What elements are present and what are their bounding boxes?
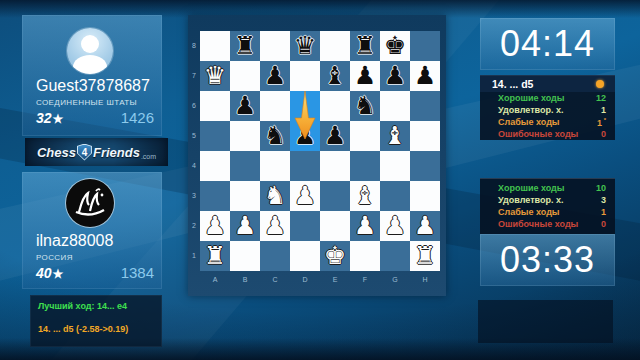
square-a7[interactable]: ♛	[200, 61, 230, 91]
white-rook-h1[interactable]: ♜	[410, 241, 440, 271]
square-d2[interactable]	[290, 211, 320, 241]
square-d5[interactable]: ♟	[290, 121, 320, 151]
logo-text-friends: Friends	[93, 145, 140, 160]
file-label-D: D	[290, 274, 320, 286]
square-b6[interactable]: ♟	[230, 91, 260, 121]
white-pawn-f2[interactable]: ♟	[350, 211, 380, 241]
stat-row-weak-moves: Слабые ходы1	[480, 206, 615, 218]
clock-bottom: 03:33	[480, 234, 615, 286]
stat-row-good-moves: Хорошие ходы10	[480, 182, 615, 194]
engine-analysis-box: Лучший ход: 14... e4 14. ... d5 (-2.58->…	[30, 295, 162, 347]
file-label-E: E	[320, 274, 350, 286]
square-g4[interactable]	[380, 151, 410, 181]
square-h3[interactable]	[410, 181, 440, 211]
square-a5[interactable]	[200, 121, 230, 151]
stat-label-satisfactory-moves: Удовлетвор. х.	[498, 105, 563, 115]
square-h4[interactable]	[410, 151, 440, 181]
black-bishop-e7[interactable]: ♝	[320, 61, 350, 91]
rank-label-1: 1	[188, 241, 200, 271]
file-label-H: H	[410, 274, 440, 286]
black-queen-d8[interactable]: ♛	[290, 31, 320, 61]
black-pawn-f7[interactable]: ♟	[350, 61, 380, 91]
square-h7[interactable]: ♟	[410, 61, 440, 91]
rank-label-6: 6	[188, 91, 200, 121]
square-g7[interactable]: ♟	[380, 61, 410, 91]
stat-row-weak-moves: Слабые ходы1 *	[480, 116, 615, 128]
chess-board[interactable]: ♜♛♜♚♛♟♝♟♟♟♟♞♞♟♟♝♞♟♝♟♟♟♟♟♟♜♚♜	[200, 31, 440, 271]
white-pawn-b2[interactable]: ♟	[230, 211, 260, 241]
avatar-top-player[interactable]	[67, 28, 113, 74]
square-c7[interactable]: ♟	[260, 61, 290, 91]
square-f8[interactable]: ♜	[350, 31, 380, 61]
last-move-label: 14. ... d5	[492, 78, 533, 90]
white-pawn-g2[interactable]: ♟	[380, 211, 410, 241]
stat-label-weak-moves: Слабые ходы	[498, 117, 560, 127]
site-logo[interactable]: Chess 4 Friends .com	[25, 138, 168, 166]
black-knight-c5[interactable]: ♞	[260, 121, 290, 151]
square-e3[interactable]	[320, 181, 350, 211]
black-rook-f8[interactable]: ♜	[350, 31, 380, 61]
square-a2[interactable]: ♟	[200, 211, 230, 241]
black-pawn-b6[interactable]: ♟	[230, 91, 260, 121]
white-bishop-g5[interactable]: ♝	[380, 121, 410, 151]
stat-value-weak-moves: 1 *	[597, 117, 606, 128]
player-name-bottom: ilnaz88008	[36, 232, 156, 250]
person-silhouette-icon	[81, 35, 99, 53]
white-king-e1[interactable]: ♚	[320, 241, 350, 271]
square-e8[interactable]	[320, 31, 350, 61]
white-pawn-a2[interactable]: ♟	[200, 211, 230, 241]
black-pawn-d5[interactable]: ♟	[290, 121, 320, 151]
stat-value-satisfactory-moves: 3	[601, 195, 606, 205]
stat-row-mistake-moves: Ошибочные ходы0	[480, 218, 615, 230]
black-pawn-e5[interactable]: ♟	[320, 121, 350, 151]
star-icon: ★	[53, 112, 64, 126]
stat-label-good-moves: Хорошие ходы	[498, 93, 564, 103]
square-e1[interactable]: ♚	[320, 241, 350, 271]
black-rook-b8[interactable]: ♜	[230, 31, 260, 61]
logo-text-chess: Chess	[37, 145, 76, 160]
square-h8[interactable]	[410, 31, 440, 61]
stat-value-weak-moves: 1	[601, 207, 606, 217]
square-g1[interactable]	[380, 241, 410, 271]
stat-label-satisfactory-moves: Удовлетвор. х.	[498, 195, 563, 205]
black-pawn-h7[interactable]: ♟	[410, 61, 440, 91]
square-a1[interactable]: ♜	[200, 241, 230, 271]
square-a3[interactable]	[200, 181, 230, 211]
square-h6[interactable]	[410, 91, 440, 121]
rank-label-5: 5	[188, 121, 200, 151]
played-move-line: 14. ... d5 (-2.58->0.19)	[38, 324, 128, 334]
player-rating-top: 1426	[121, 109, 154, 126]
square-b5[interactable]	[230, 121, 260, 151]
square-g5[interactable]: ♝	[380, 121, 410, 151]
square-d8[interactable]: ♛	[290, 31, 320, 61]
square-f3[interactable]: ♝	[350, 181, 380, 211]
logo-shield-icon: 4	[77, 144, 92, 161]
black-knight-f6[interactable]: ♞	[350, 91, 380, 121]
file-label-F: F	[350, 274, 380, 286]
square-e5[interactable]: ♟	[320, 121, 350, 151]
stat-label-mistake-moves: Ошибочные ходы	[498, 219, 578, 229]
square-e7[interactable]: ♝	[320, 61, 350, 91]
analysis-panel-top: 14. ... d5 Хорошие ходы12Удовлетвор. х.1…	[480, 75, 615, 140]
square-h1[interactable]: ♜	[410, 241, 440, 271]
player-country-top: СОЕДИНЕННЫЕ ШТАТЫ	[36, 98, 156, 107]
calligraphy-icon	[66, 179, 114, 227]
square-c5[interactable]: ♞	[260, 121, 290, 151]
player-rating-bottom: 1384	[121, 264, 154, 281]
square-b4[interactable]	[230, 151, 260, 181]
square-g2[interactable]: ♟	[380, 211, 410, 241]
stat-value-good-moves: 12	[596, 93, 606, 103]
rank-label-3: 3	[188, 181, 200, 211]
white-queen-a7[interactable]: ♛	[200, 61, 230, 91]
stat-row-satisfactory-moves: Удовлетвор. х.1	[480, 104, 615, 116]
white-rook-a1[interactable]: ♜	[200, 241, 230, 271]
square-b2[interactable]: ♟	[230, 211, 260, 241]
stat-row-mistake-moves: Ошибочные ходы0	[480, 128, 615, 140]
square-d6[interactable]	[290, 91, 320, 121]
square-d4[interactable]	[290, 151, 320, 181]
square-b3[interactable]	[230, 181, 260, 211]
rank-label-7: 7	[188, 61, 200, 91]
square-e4[interactable]	[320, 151, 350, 181]
square-g6[interactable]	[380, 91, 410, 121]
file-label-B: B	[230, 274, 260, 286]
best-move-line: Лучший ход: 14... e4	[38, 301, 127, 311]
square-c4[interactable]	[260, 151, 290, 181]
stat-value-mistake-moves: 0	[601, 219, 606, 229]
square-c6[interactable]	[260, 91, 290, 121]
stat-label-good-moves: Хорошие ходы	[498, 183, 564, 193]
square-f7[interactable]: ♟	[350, 61, 380, 91]
rank-label-4: 4	[188, 151, 200, 181]
square-a4[interactable]	[200, 151, 230, 181]
file-label-G: G	[380, 274, 410, 286]
square-c2[interactable]: ♟	[260, 211, 290, 241]
white-knight-c3[interactable]: ♞	[260, 181, 290, 211]
square-d3[interactable]: ♟	[290, 181, 320, 211]
clock-top: 04:14	[480, 18, 615, 70]
stat-label-weak-moves: Слабые ходы	[498, 207, 560, 217]
file-label-C: C	[260, 274, 290, 286]
white-bishop-f3[interactable]: ♝	[350, 181, 380, 211]
player-card-bottom: ilnaz88008 РОССИЯ 40★ 1384	[22, 172, 162, 289]
white-pawn-h2[interactable]: ♟	[410, 211, 440, 241]
player-country-bottom: РОССИЯ	[36, 253, 156, 262]
stat-value-satisfactory-moves: 1	[601, 105, 606, 115]
square-g8[interactable]: ♚	[380, 31, 410, 61]
stat-row-satisfactory-moves: Удовлетвор. х.3	[480, 194, 615, 206]
square-a8[interactable]	[200, 31, 230, 61]
square-f4[interactable]	[350, 151, 380, 181]
rank-label-8: 8	[188, 31, 200, 61]
player-name-top: Guest37878687	[36, 77, 156, 95]
square-e2[interactable]	[320, 211, 350, 241]
black-king-g8[interactable]: ♚	[380, 31, 410, 61]
square-h5[interactable]	[410, 121, 440, 151]
player-card-top: Guest37878687 СОЕДИНЕННЫЕ ШТАТЫ 32★ 1426	[22, 15, 162, 136]
square-e6[interactable]	[320, 91, 350, 121]
square-d1[interactable]	[290, 241, 320, 271]
square-b7[interactable]	[230, 61, 260, 91]
square-c3[interactable]: ♞	[260, 181, 290, 211]
rank-labels: 87654321	[188, 31, 200, 271]
square-f5[interactable]	[350, 121, 380, 151]
white-pawn-d3[interactable]: ♟	[290, 181, 320, 211]
square-c8[interactable]	[260, 31, 290, 61]
stat-row-good-moves: Хорошие ходы12	[480, 92, 615, 104]
square-g3[interactable]	[380, 181, 410, 211]
square-b8[interactable]: ♜	[230, 31, 260, 61]
bottom-right-panel	[478, 300, 613, 343]
stat-value-good-moves: 10	[596, 183, 606, 193]
board-panel: 87654321 ♜♛♜♚♛♟♝♟♟♟♟♞♞♟♟♝♞♟♝♟♟♟♟♟♟♜♚♜ AB…	[188, 15, 446, 296]
square-f1[interactable]	[350, 241, 380, 271]
stat-label-mistake-moves: Ошибочные ходы	[498, 129, 578, 139]
stat-value-mistake-moves: 0	[601, 129, 606, 139]
logo-text-com: .com	[141, 153, 156, 166]
avatar-bottom-player[interactable]	[66, 179, 114, 227]
star-icon: ★	[53, 267, 64, 281]
file-label-A: A	[200, 274, 230, 286]
analysis-panel-bottom: Хорошие ходы10Удовлетвор. х.3Слабые ходы…	[480, 178, 615, 234]
square-f2[interactable]: ♟	[350, 211, 380, 241]
player-stars-top: 32★	[36, 110, 63, 126]
square-b1[interactable]	[230, 241, 260, 271]
player-stars-bottom: 40★	[36, 265, 63, 281]
file-labels: ABCDEFGH	[200, 274, 440, 286]
app-window: Guest37878687 СОЕДИНЕННЫЕ ШТАТЫ 32★ 1426…	[0, 0, 640, 360]
square-a6[interactable]	[200, 91, 230, 121]
black-pawn-g7[interactable]: ♟	[380, 61, 410, 91]
white-pawn-c2[interactable]: ♟	[260, 211, 290, 241]
square-c1[interactable]	[260, 241, 290, 271]
square-h2[interactable]: ♟	[410, 211, 440, 241]
square-f6[interactable]: ♞	[350, 91, 380, 121]
black-pawn-c7[interactable]: ♟	[260, 61, 290, 91]
rank-label-2: 2	[188, 211, 200, 241]
square-d7[interactable]	[290, 61, 320, 91]
turn-indicator-dot	[596, 80, 604, 88]
